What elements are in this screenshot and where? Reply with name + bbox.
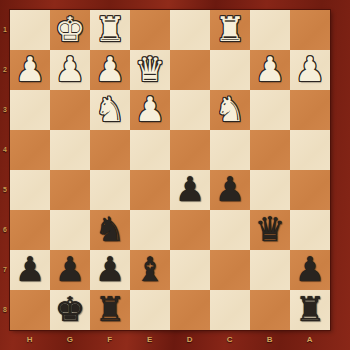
square-h3[interactable]: [10, 90, 50, 130]
white-king-g1[interactable]: ♚: [50, 10, 90, 50]
file-label-h: H: [10, 330, 50, 350]
square-g1[interactable]: ♚: [50, 10, 90, 50]
square-f4[interactable]: [90, 130, 130, 170]
square-g3[interactable]: [50, 90, 90, 130]
square-b7[interactable]: [250, 250, 290, 290]
square-h7[interactable]: ♟: [10, 250, 50, 290]
square-e7[interactable]: ♝: [130, 250, 170, 290]
square-g4[interactable]: [50, 130, 90, 170]
square-g5[interactable]: [50, 170, 90, 210]
square-b6[interactable]: ♛: [250, 210, 290, 250]
white-rook-f1[interactable]: ♜: [90, 10, 130, 50]
square-a3[interactable]: [290, 90, 330, 130]
square-a1[interactable]: [290, 10, 330, 50]
square-e5[interactable]: [130, 170, 170, 210]
black-pawn-a7[interactable]: ♟: [290, 250, 330, 290]
square-a8[interactable]: ♜: [290, 290, 330, 330]
square-e1[interactable]: [130, 10, 170, 50]
square-b3[interactable]: [250, 90, 290, 130]
white-rook-c1[interactable]: ♜: [210, 10, 250, 50]
square-d2[interactable]: [170, 50, 210, 90]
square-c2[interactable]: [210, 50, 250, 90]
square-h6[interactable]: [10, 210, 50, 250]
square-d4[interactable]: [170, 130, 210, 170]
square-c8[interactable]: [210, 290, 250, 330]
white-knight-f3[interactable]: ♞: [90, 90, 130, 130]
square-h4[interactable]: [10, 130, 50, 170]
square-a7[interactable]: ♟: [290, 250, 330, 290]
white-pawn-b2[interactable]: ♟: [250, 50, 290, 90]
rank-label-8: 8: [0, 290, 10, 330]
black-queen-b6[interactable]: ♛: [250, 210, 290, 250]
square-c3[interactable]: ♞: [210, 90, 250, 130]
white-pawn-h2[interactable]: ♟: [10, 50, 50, 90]
square-c7[interactable]: [210, 250, 250, 290]
black-pawn-f7[interactable]: ♟: [90, 250, 130, 290]
file-label-f: F: [90, 330, 130, 350]
file-label-g: G: [50, 330, 90, 350]
rank-label-4: 4: [0, 130, 10, 170]
square-d3[interactable]: [170, 90, 210, 130]
file-label-c: C: [210, 330, 250, 350]
black-rook-a8[interactable]: ♜: [290, 290, 330, 330]
square-b5[interactable]: [250, 170, 290, 210]
white-pawn-g2[interactable]: ♟: [50, 50, 90, 90]
black-bishop-e7[interactable]: ♝: [130, 250, 170, 290]
black-pawn-d5[interactable]: ♟: [170, 170, 210, 210]
white-pawn-a2[interactable]: ♟: [290, 50, 330, 90]
square-f2[interactable]: ♟: [90, 50, 130, 90]
square-d8[interactable]: [170, 290, 210, 330]
square-h1[interactable]: [10, 10, 50, 50]
black-pawn-g7[interactable]: ♟: [50, 250, 90, 290]
square-e3[interactable]: ♟: [130, 90, 170, 130]
square-f8[interactable]: ♜: [90, 290, 130, 330]
rank-label-1: 1: [0, 10, 10, 50]
square-c1[interactable]: ♜: [210, 10, 250, 50]
square-h2[interactable]: ♟: [10, 50, 50, 90]
square-d7[interactable]: [170, 250, 210, 290]
square-a2[interactable]: ♟: [290, 50, 330, 90]
white-pawn-f2[interactable]: ♟: [90, 50, 130, 90]
rank-label-6: 6: [0, 210, 10, 250]
square-c5[interactable]: ♟: [210, 170, 250, 210]
black-pawn-c5[interactable]: ♟: [210, 170, 250, 210]
square-e8[interactable]: [130, 290, 170, 330]
square-b1[interactable]: [250, 10, 290, 50]
square-f1[interactable]: ♜: [90, 10, 130, 50]
black-king-g8[interactable]: ♚: [50, 290, 90, 330]
square-f3[interactable]: ♞: [90, 90, 130, 130]
file-label-d: D: [170, 330, 210, 350]
black-rook-f8[interactable]: ♜: [90, 290, 130, 330]
square-c4[interactable]: [210, 130, 250, 170]
square-c6[interactable]: [210, 210, 250, 250]
square-f7[interactable]: ♟: [90, 250, 130, 290]
rank-label-5: 5: [0, 170, 10, 210]
square-b2[interactable]: ♟: [250, 50, 290, 90]
chess-board: ♚♜♜♟♟♟♛♟♟♞♟♞♟♟♞♛♟♟♟♝♟♚♜♜: [10, 10, 330, 330]
file-label-b: B: [250, 330, 290, 350]
square-e4[interactable]: [130, 130, 170, 170]
square-a5[interactable]: [290, 170, 330, 210]
file-label-a: A: [290, 330, 330, 350]
square-d5[interactable]: ♟: [170, 170, 210, 210]
black-knight-f6[interactable]: ♞: [90, 210, 130, 250]
white-pawn-e3[interactable]: ♟: [130, 90, 170, 130]
square-d6[interactable]: [170, 210, 210, 250]
rank-label-2: 2: [0, 50, 10, 90]
square-g8[interactable]: ♚: [50, 290, 90, 330]
square-d1[interactable]: [170, 10, 210, 50]
square-g6[interactable]: [50, 210, 90, 250]
square-f5[interactable]: [90, 170, 130, 210]
file-label-e: E: [130, 330, 170, 350]
square-f6[interactable]: ♞: [90, 210, 130, 250]
square-h5[interactable]: [10, 170, 50, 210]
chess-board-frame: ♚♜♜♟♟♟♛♟♟♞♟♞♟♟♞♛♟♟♟♝♟♚♜♜ 12345678 HGFEDC…: [0, 0, 350, 350]
black-pawn-h7[interactable]: ♟: [10, 250, 50, 290]
square-b8[interactable]: [250, 290, 290, 330]
square-g2[interactable]: ♟: [50, 50, 90, 90]
white-knight-c3[interactable]: ♞: [210, 90, 250, 130]
rank-label-3: 3: [0, 90, 10, 130]
white-queen-e2[interactable]: ♛: [130, 50, 170, 90]
square-h8[interactable]: [10, 290, 50, 330]
square-a4[interactable]: [290, 130, 330, 170]
square-b4[interactable]: [250, 130, 290, 170]
rank-label-7: 7: [0, 250, 10, 290]
square-a6[interactable]: [290, 210, 330, 250]
square-e2[interactable]: ♛: [130, 50, 170, 90]
square-e6[interactable]: [130, 210, 170, 250]
square-g7[interactable]: ♟: [50, 250, 90, 290]
